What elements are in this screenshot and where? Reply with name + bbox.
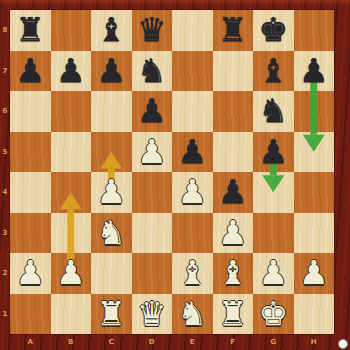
empty-c5 [91,132,132,173]
piece-white-pawn-d5[interactable]: ♟ [132,132,173,173]
piece-white-pawn-f3[interactable]: ♟ [213,213,254,254]
empty-c2 [91,253,132,294]
piece-black-pawn-d6[interactable]: ♟ [132,91,173,132]
empty-f7 [213,51,254,92]
side-to-move-indicator [338,339,348,349]
piece-black-bishop-c8[interactable]: ♝ [91,10,132,51]
empty-h3 [294,213,335,254]
piece-black-king-g8[interactable]: ♚ [253,10,294,51]
chess-board-widget: ♜♝♛♜♚♟♟♟♞♝♟♟♞♟♟♟♟♟♟♞♟♟♟♝♝♟♟♜♛♞♜♚ 8765432… [0,0,350,350]
piece-white-bishop-e2[interactable]: ♝ [172,253,213,294]
piece-white-knight-c3[interactable]: ♞ [91,213,132,254]
rank-label-1: 1 [0,294,10,335]
file-label-h: H [294,334,335,350]
empty-h5 [294,132,335,173]
rank-label-7: 7 [0,51,10,92]
piece-black-rook-f8[interactable]: ♜ [213,10,254,51]
piece-black-queen-d8[interactable]: ♛ [132,10,173,51]
piece-black-pawn-e5[interactable]: ♟ [172,132,213,173]
rank-label-6: 6 [0,91,10,132]
empty-b4 [51,172,92,213]
empty-e7 [172,51,213,92]
rank-label-8: 8 [0,10,10,51]
file-label-c: C [91,334,132,350]
empty-d2 [132,253,173,294]
file-label-g: G [253,334,294,350]
empty-b8 [51,10,92,51]
empty-e3 [172,213,213,254]
piece-black-bishop-g7[interactable]: ♝ [253,51,294,92]
empty-d3 [132,213,173,254]
empty-h6 [294,91,335,132]
empty-f5 [213,132,254,173]
piece-white-pawn-e4[interactable]: ♟ [172,172,213,213]
rank-label-4: 4 [0,172,10,213]
empty-e6 [172,91,213,132]
piece-white-pawn-g2[interactable]: ♟ [253,253,294,294]
file-labels: ABCDEFGH [10,334,334,350]
piece-white-king-g1[interactable]: ♚ [253,294,294,335]
rank-label-5: 5 [0,132,10,173]
rank-label-3: 3 [0,213,10,254]
empty-g3 [253,213,294,254]
piece-white-pawn-a2[interactable]: ♟ [10,253,51,294]
piece-black-pawn-g5[interactable]: ♟ [253,132,294,173]
piece-white-knight-e1[interactable]: ♞ [172,294,213,335]
piece-black-pawn-f4[interactable]: ♟ [213,172,254,213]
empty-h8 [294,10,335,51]
empty-a6 [10,91,51,132]
empty-b5 [51,132,92,173]
empty-e8 [172,10,213,51]
piece-white-pawn-c4[interactable]: ♟ [91,172,132,213]
piece-white-pawn-h2[interactable]: ♟ [294,253,335,294]
piece-white-bishop-f2[interactable]: ♝ [213,253,254,294]
file-label-e: E [172,334,213,350]
empty-b6 [51,91,92,132]
empty-f6 [213,91,254,132]
piece-white-rook-f1[interactable]: ♜ [213,294,254,335]
file-label-f: F [213,334,254,350]
piece-black-knight-g6[interactable]: ♞ [253,91,294,132]
file-label-d: D [132,334,173,350]
rank-labels: 87654321 [0,10,10,334]
empty-a4 [10,172,51,213]
piece-white-rook-c1[interactable]: ♜ [91,294,132,335]
file-label-a: A [10,334,51,350]
empty-a3 [10,213,51,254]
empty-d4 [132,172,173,213]
piece-white-pawn-b2[interactable]: ♟ [51,253,92,294]
piece-black-pawn-c7[interactable]: ♟ [91,51,132,92]
piece-black-knight-d7[interactable]: ♞ [132,51,173,92]
empty-a5 [10,132,51,173]
empty-b1 [51,294,92,335]
piece-black-pawn-b7[interactable]: ♟ [51,51,92,92]
empty-b3 [51,213,92,254]
piece-black-rook-a8[interactable]: ♜ [10,10,51,51]
piece-white-queen-d1[interactable]: ♛ [132,294,173,335]
empty-h4 [294,172,335,213]
pieces-layer: ♜♝♛♜♚♟♟♟♞♝♟♟♞♟♟♟♟♟♟♞♟♟♟♝♝♟♟♜♛♞♜♚ [10,10,334,334]
empty-g4 [253,172,294,213]
rank-label-2: 2 [0,253,10,294]
empty-a1 [10,294,51,335]
empty-h1 [294,294,335,335]
piece-black-pawn-h7[interactable]: ♟ [294,51,335,92]
file-label-b: B [51,334,92,350]
piece-black-pawn-a7[interactable]: ♟ [10,51,51,92]
empty-c6 [91,91,132,132]
